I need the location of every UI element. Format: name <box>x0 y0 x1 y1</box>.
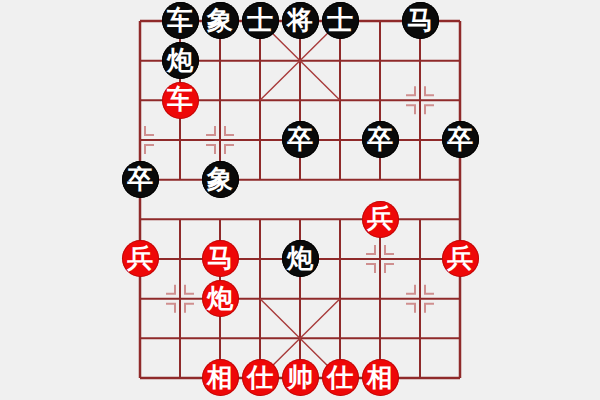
board-grid[interactable]: 车象士将士马炮车卒卒卒卒象兵兵马炮兵炮相仕帅仕相 <box>120 1 480 398</box>
piece-black-cannon[interactable]: 炮 <box>162 42 199 79</box>
piece-black-soldier[interactable]: 卒 <box>362 121 399 158</box>
piece-black-horse[interactable]: 马 <box>402 2 439 39</box>
piece-red-horse[interactable]: 马 <box>202 240 239 277</box>
piece-red-soldier[interactable]: 兵 <box>442 240 479 277</box>
piece-black-elephant[interactable]: 象 <box>202 2 239 39</box>
piece-red-soldier[interactable]: 兵 <box>122 240 159 277</box>
piece-black-soldier[interactable]: 卒 <box>442 121 479 158</box>
piece-red-elephant[interactable]: 相 <box>202 359 239 396</box>
piece-black-cannon[interactable]: 炮 <box>282 240 319 277</box>
piece-black-soldier[interactable]: 卒 <box>122 161 159 198</box>
xiangqi-board: 车象士将士马炮车卒卒卒卒象兵兵马炮兵炮相仕帅仕相 <box>0 0 600 400</box>
piece-black-advisor[interactable]: 士 <box>242 2 279 39</box>
piece-red-advisor[interactable]: 仕 <box>242 359 279 396</box>
piece-black-advisor[interactable]: 士 <box>322 2 359 39</box>
piece-black-general[interactable]: 将 <box>282 2 319 39</box>
piece-red-cannon[interactable]: 炮 <box>202 280 239 317</box>
piece-red-chariot[interactable]: 车 <box>162 82 199 119</box>
piece-black-soldier[interactable]: 卒 <box>282 121 319 158</box>
piece-black-chariot[interactable]: 车 <box>162 2 199 39</box>
piece-black-elephant[interactable]: 象 <box>202 161 239 198</box>
piece-red-general[interactable]: 帅 <box>282 359 319 396</box>
piece-red-elephant[interactable]: 相 <box>362 359 399 396</box>
piece-red-advisor[interactable]: 仕 <box>322 359 359 396</box>
piece-red-soldier[interactable]: 兵 <box>362 201 399 238</box>
